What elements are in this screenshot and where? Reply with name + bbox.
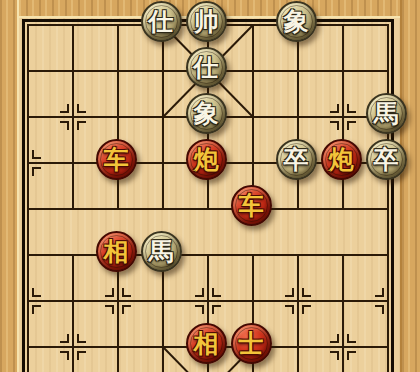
piece-bottom-chariot[interactable]: 车 [96,139,137,180]
point-marker-bracket [32,150,41,159]
piece-bottom-chariot[interactable]: 车 [231,185,272,226]
piece-top-elephant[interactable]: 象 [186,93,227,134]
point-marker-bracket [32,167,41,176]
grid-line [297,254,299,372]
point-marker-bracket [330,334,339,343]
point-marker-bracket [122,288,131,297]
piece-bottom-elephant[interactable]: 相 [96,231,137,272]
grid-line [27,24,29,372]
point-marker-bracket [60,351,69,360]
point-marker-bracket [347,104,356,113]
point-marker-bracket [347,121,356,130]
point-marker-bracket [195,288,204,297]
point-marker-bracket [60,334,69,343]
point-marker-bracket [212,305,221,314]
point-marker-bracket [285,288,294,297]
grid-line [72,24,74,210]
point-marker-bracket [285,305,294,314]
point-marker-bracket [60,104,69,113]
piece-bottom-cannon[interactable]: 炮 [321,139,362,180]
point-marker-bracket [302,288,311,297]
piece-bottom-advisor[interactable]: 士 [231,323,272,364]
grid-line [72,254,74,372]
piece-top-general[interactable]: 帅 [186,1,227,42]
piece-top-elephant[interactable]: 象 [276,1,317,42]
grid-line [117,254,119,372]
wood-frame-right [400,0,420,372]
point-marker-bracket [302,305,311,314]
point-marker-bracket [347,334,356,343]
piece-top-horse[interactable]: 馬 [366,93,407,134]
point-marker-bracket [212,288,221,297]
point-marker-bracket [77,351,86,360]
piece-top-horse[interactable]: 馬 [141,231,182,272]
grid-line [162,254,164,372]
point-marker-bracket [330,121,339,130]
point-marker-bracket [32,305,41,314]
xiangqi-board: 仕帅象仕象馬车炮卒炮卒车相馬相士 [0,0,420,372]
point-marker-bracket [105,288,114,297]
piece-bottom-cannon[interactable]: 炮 [186,139,227,180]
piece-top-soldier[interactable]: 卒 [366,139,407,180]
piece-top-advisor[interactable]: 仕 [141,1,182,42]
point-marker-bracket [375,305,384,314]
grid-line [387,24,389,372]
piece-top-soldier[interactable]: 卒 [276,139,317,180]
point-marker-bracket [375,288,384,297]
piece-top-advisor[interactable]: 仕 [186,47,227,88]
grid-line [342,254,344,372]
point-marker-bracket [32,288,41,297]
point-marker-bracket [77,121,86,130]
point-marker-bracket [330,104,339,113]
point-marker-bracket [195,305,204,314]
point-marker-bracket [105,305,114,314]
point-marker-bracket [122,305,131,314]
point-marker-bracket [330,351,339,360]
grid-line [342,24,344,210]
point-marker-bracket [77,104,86,113]
wood-frame-left [0,0,19,372]
piece-bottom-elephant[interactable]: 相 [186,323,227,364]
point-marker-bracket [60,121,69,130]
point-marker-bracket [77,334,86,343]
point-marker-bracket [347,351,356,360]
grid-line [117,24,119,210]
grid-line [297,24,299,210]
